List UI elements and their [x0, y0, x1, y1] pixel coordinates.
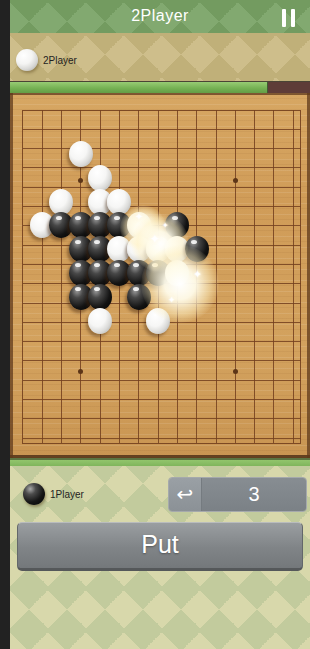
stone-black: [185, 236, 209, 262]
title-bar: 2Player: [10, 0, 310, 33]
grid-line-h: [23, 360, 301, 361]
grid-line-h: [23, 418, 301, 419]
stone-black: [88, 284, 112, 310]
board-edge: [10, 93, 13, 458]
grid-line-v: [293, 110, 294, 443]
stone-white: [127, 212, 151, 238]
undo-panel: ↩ 3: [168, 477, 307, 512]
board-edge: [307, 93, 310, 458]
grid-line-v: [61, 110, 62, 443]
star-point: [233, 369, 238, 374]
grid-line-v: [254, 110, 255, 443]
black-player-bar: 1Player ↩ 3: [10, 466, 310, 522]
stone-white: [88, 308, 112, 334]
stone-white: [49, 189, 73, 215]
undo-count: 3: [202, 478, 306, 511]
grid-line-h: [23, 380, 301, 381]
page-title: 2Player: [10, 7, 310, 25]
black-stone-icon: [23, 483, 45, 505]
grid-line-v: [235, 110, 236, 443]
star-point: [78, 369, 83, 374]
grid-line-v: [42, 110, 43, 443]
grid-line-h: [23, 438, 301, 439]
grid-line-h: [23, 187, 301, 188]
app-screen: 2Player 2Player ✦✦✦✦✦ 1Player ↩ 3 Put: [10, 0, 310, 649]
grid-line-v: [196, 110, 197, 443]
black-player-label: 1Player: [50, 489, 84, 500]
grid-line-h: [23, 129, 301, 130]
put-button[interactable]: Put: [17, 522, 303, 571]
grid-line-v: [273, 110, 274, 443]
grid-line-h: [23, 148, 301, 149]
pause-icon: [291, 9, 295, 27]
undo-button[interactable]: ↩: [169, 478, 202, 511]
turn-timer-bar: [10, 81, 310, 93]
stone-white: [88, 165, 112, 191]
grid-line-h: [23, 167, 301, 168]
pause-button[interactable]: [281, 9, 297, 27]
stone-black: [127, 284, 151, 310]
stone-white: [69, 141, 93, 167]
divider-strip: [10, 458, 310, 466]
grid-line-h: [23, 341, 301, 342]
pause-icon: [282, 9, 286, 27]
grid-line-v: [216, 110, 217, 443]
stone-white: [107, 189, 131, 215]
white-player-bar: 2Player: [10, 33, 310, 81]
turn-timer-fill: [10, 82, 268, 93]
grid-line-h: [23, 303, 301, 304]
grid-line-h: [23, 399, 301, 400]
stone-white: [146, 308, 170, 334]
white-stone-icon: [16, 49, 38, 71]
board[interactable]: ✦✦✦✦✦: [10, 93, 310, 458]
white-player-label: 2Player: [43, 55, 77, 66]
board-edge: [10, 93, 310, 95]
